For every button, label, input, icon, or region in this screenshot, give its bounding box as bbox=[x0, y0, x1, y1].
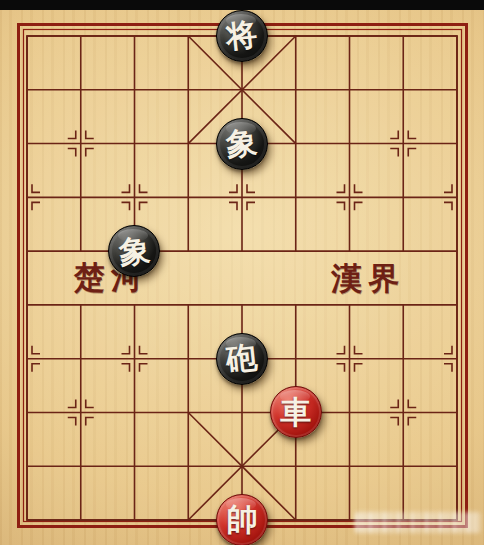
screenshot-root: 楚河 漢界 将象象砲車帥 bbox=[0, 0, 484, 545]
red-general[interactable]: 帥 bbox=[216, 494, 268, 545]
piece-character: 象 bbox=[117, 234, 151, 268]
xiangqi-board[interactable]: 将象象砲車帥 bbox=[0, 9, 484, 545]
piece-character: 車 bbox=[280, 397, 311, 428]
piece-character: 帥 bbox=[226, 504, 257, 535]
piece-character: 象 bbox=[225, 126, 259, 160]
piece-character: 砲 bbox=[225, 342, 259, 376]
black-cannon[interactable]: 砲 bbox=[216, 333, 268, 385]
black-elephant[interactable]: 象 bbox=[108, 225, 160, 277]
watermark bbox=[355, 512, 481, 533]
black-general[interactable]: 将 bbox=[216, 10, 268, 62]
black-elephant[interactable]: 象 bbox=[216, 118, 268, 170]
piece-character: 将 bbox=[225, 19, 259, 53]
top-letterbox bbox=[0, 0, 484, 10]
red-chariot[interactable]: 車 bbox=[270, 386, 322, 438]
